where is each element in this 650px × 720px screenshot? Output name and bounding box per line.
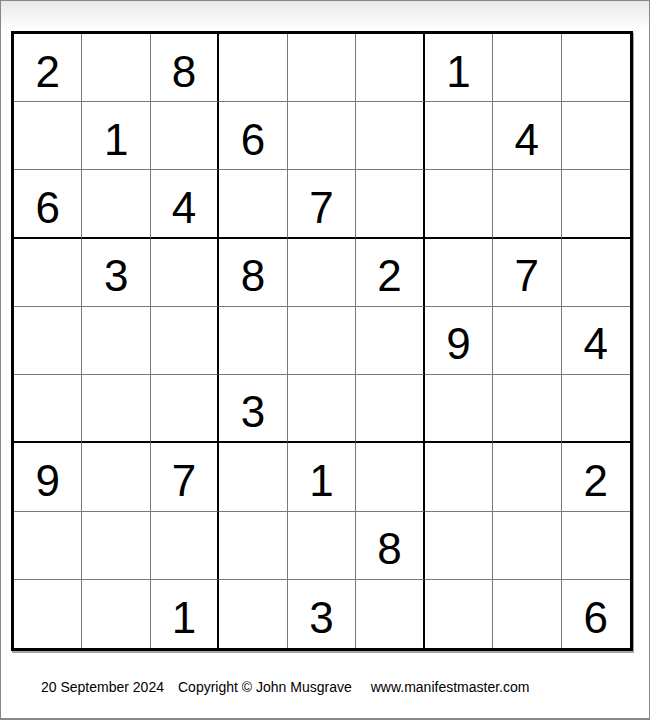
sudoku-board: 281164647382794397128136 — [11, 31, 633, 651]
cell-r1c1[interactable]: 2 — [14, 34, 82, 102]
cell-r7c7[interactable] — [425, 443, 493, 511]
cell-r6c5[interactable] — [288, 375, 356, 443]
cell-r6c2[interactable] — [82, 375, 150, 443]
cell-r2c4[interactable]: 6 — [219, 102, 287, 170]
cell-r6c4[interactable]: 3 — [219, 375, 287, 443]
cell-r2c2[interactable]: 1 — [82, 102, 150, 170]
cell-r8c9[interactable] — [562, 512, 630, 580]
cell-r2c1[interactable] — [14, 102, 82, 170]
cell-r1c8[interactable] — [493, 34, 561, 102]
cell-r5c4[interactable] — [219, 307, 287, 375]
cell-r7c5[interactable]: 1 — [288, 443, 356, 511]
cell-r9c7[interactable] — [425, 580, 493, 648]
cell-r5c7[interactable]: 9 — [425, 307, 493, 375]
cell-r5c1[interactable] — [14, 307, 82, 375]
cell-r3c3[interactable]: 4 — [151, 170, 219, 238]
cell-r4c6[interactable]: 2 — [356, 239, 424, 307]
cell-r8c3[interactable] — [151, 512, 219, 580]
cell-r6c9[interactable] — [562, 375, 630, 443]
cell-r8c6[interactable]: 8 — [356, 512, 424, 580]
cell-r2c6[interactable] — [356, 102, 424, 170]
cell-r1c4[interactable] — [219, 34, 287, 102]
cell-r1c2[interactable] — [82, 34, 150, 102]
cell-r7c1[interactable]: 9 — [14, 443, 82, 511]
cell-r6c1[interactable] — [14, 375, 82, 443]
cell-r8c5[interactable] — [288, 512, 356, 580]
cell-r3c8[interactable] — [493, 170, 561, 238]
cell-r2c7[interactable] — [425, 102, 493, 170]
cell-r7c9[interactable]: 2 — [562, 443, 630, 511]
cell-r5c8[interactable] — [493, 307, 561, 375]
cell-r9c4[interactable] — [219, 580, 287, 648]
cell-r3c1[interactable]: 6 — [14, 170, 82, 238]
date-label: 20 September 2024 — [41, 679, 164, 695]
cell-r1c6[interactable] — [356, 34, 424, 102]
cell-r9c6[interactable] — [356, 580, 424, 648]
cell-r5c5[interactable] — [288, 307, 356, 375]
copyright-label: Copyright © John Musgrave — [178, 679, 352, 695]
cell-r2c9[interactable] — [562, 102, 630, 170]
cell-r8c4[interactable] — [219, 512, 287, 580]
cell-r3c9[interactable] — [562, 170, 630, 238]
cell-r5c2[interactable] — [82, 307, 150, 375]
cell-r7c4[interactable] — [219, 443, 287, 511]
cell-r4c9[interactable] — [562, 239, 630, 307]
cell-r9c8[interactable] — [493, 580, 561, 648]
cell-r9c5[interactable]: 3 — [288, 580, 356, 648]
cell-r8c7[interactable] — [425, 512, 493, 580]
cell-r6c8[interactable] — [493, 375, 561, 443]
cell-r1c5[interactable] — [288, 34, 356, 102]
cell-r9c1[interactable] — [14, 580, 82, 648]
cell-r8c8[interactable] — [493, 512, 561, 580]
cell-r2c8[interactable]: 4 — [493, 102, 561, 170]
cell-r1c3[interactable]: 8 — [151, 34, 219, 102]
footer: 20 September 2024Copyright © John Musgra… — [41, 677, 529, 697]
cell-r9c3[interactable]: 1 — [151, 580, 219, 648]
cell-r4c5[interactable] — [288, 239, 356, 307]
cell-r8c1[interactable] — [14, 512, 82, 580]
cell-r4c7[interactable] — [425, 239, 493, 307]
cell-r4c3[interactable] — [151, 239, 219, 307]
cell-r3c4[interactable] — [219, 170, 287, 238]
puzzle-page: 281164647382794397128136 20 September 20… — [0, 0, 650, 720]
cell-r7c3[interactable]: 7 — [151, 443, 219, 511]
cell-r2c3[interactable] — [151, 102, 219, 170]
cell-r5c3[interactable] — [151, 307, 219, 375]
cell-r3c5[interactable]: 7 — [288, 170, 356, 238]
website-label: www.manifestmaster.com — [371, 679, 530, 695]
cell-r5c6[interactable] — [356, 307, 424, 375]
cell-r7c2[interactable] — [82, 443, 150, 511]
cell-r3c7[interactable] — [425, 170, 493, 238]
cell-r1c9[interactable] — [562, 34, 630, 102]
cell-r2c5[interactable] — [288, 102, 356, 170]
cell-r4c2[interactable]: 3 — [82, 239, 150, 307]
top-strip — [1, 1, 649, 28]
cell-r7c8[interactable] — [493, 443, 561, 511]
cell-r6c6[interactable] — [356, 375, 424, 443]
cell-r4c4[interactable]: 8 — [219, 239, 287, 307]
cell-r3c6[interactable] — [356, 170, 424, 238]
cell-r5c9[interactable]: 4 — [562, 307, 630, 375]
cell-r4c8[interactable]: 7 — [493, 239, 561, 307]
cell-r6c7[interactable] — [425, 375, 493, 443]
cell-r4c1[interactable] — [14, 239, 82, 307]
cell-r3c2[interactable] — [82, 170, 150, 238]
cell-r7c6[interactable] — [356, 443, 424, 511]
cell-r8c2[interactable] — [82, 512, 150, 580]
cell-r6c3[interactable] — [151, 375, 219, 443]
cell-r9c9[interactable]: 6 — [562, 580, 630, 648]
cell-r1c7[interactable]: 1 — [425, 34, 493, 102]
cell-r9c2[interactable] — [82, 580, 150, 648]
